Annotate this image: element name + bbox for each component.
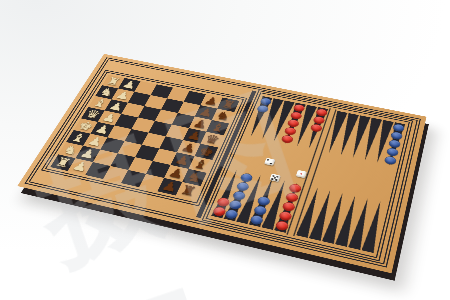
die-pip	[300, 173, 302, 175]
die-showing-2[interactable]	[264, 158, 275, 166]
backgammon-quadrant	[244, 96, 328, 151]
red-checker[interactable]	[310, 123, 323, 132]
chess-square[interactable]: ♜	[176, 182, 201, 200]
blue-checker[interactable]	[384, 155, 397, 165]
die-pip	[275, 179, 278, 181]
die-pip	[270, 163, 272, 165]
backgammon-quadrant	[211, 167, 304, 233]
red-checker[interactable]	[274, 220, 289, 232]
photo-scene: ♜♟♟♜♞♟♟♞♝♟♟♝♛♟♟♛♚♟♟♚♝♟♟♝♞♟♟♞♜♟♟♜	[0, 0, 450, 300]
die-pip	[276, 176, 278, 178]
chess-piece-black-rook[interactable]: ♜	[178, 182, 199, 199]
die-pip	[267, 159, 269, 161]
die-pip	[271, 178, 274, 180]
backgammon-quadrant	[323, 111, 406, 169]
board-inner-pinstripe: ♜♟♟♜♞♟♟♞♝♟♟♝♛♟♟♛♚♟♟♚♝♟♟♝♞♟♟♞♜♟♟♜	[28, 59, 417, 264]
backgammon-quadrant	[295, 185, 387, 254]
